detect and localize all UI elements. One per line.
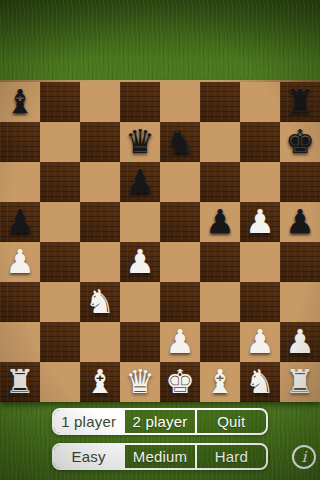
board-square-g2[interactable]: ♟: [240, 322, 280, 362]
chess-piece-white-queen[interactable]: ♛: [120, 362, 160, 402]
info-icon: i: [302, 448, 307, 466]
board-square-a6[interactable]: [0, 162, 40, 202]
chess-board: ♝♜♛♞♚♟♟♟♟♟♟♟♞♟♟♟♜♝♛♚♝♞♜: [0, 82, 320, 402]
board-square-g1[interactable]: ♞: [240, 362, 280, 402]
board-square-h1[interactable]: ♜: [280, 362, 320, 402]
board-square-a4[interactable]: ♟: [0, 242, 40, 282]
board-square-f7[interactable]: [200, 122, 240, 162]
board-square-g3[interactable]: [240, 282, 280, 322]
board-square-a8[interactable]: ♝: [0, 82, 40, 122]
board-square-c7[interactable]: [80, 122, 120, 162]
board-square-e8[interactable]: [160, 82, 200, 122]
chess-piece-white-knight[interactable]: ♞: [240, 362, 280, 402]
board-square-g6[interactable]: [240, 162, 280, 202]
chess-piece-white-bishop[interactable]: ♝: [200, 362, 240, 402]
board-square-e3[interactable]: [160, 282, 200, 322]
board-square-g4[interactable]: [240, 242, 280, 282]
board-square-b1[interactable]: [40, 362, 80, 402]
board-square-e4[interactable]: [160, 242, 200, 282]
board-square-c1[interactable]: ♝: [80, 362, 120, 402]
chess-piece-black-pawn[interactable]: ♟: [200, 202, 240, 242]
chess-piece-black-bishop[interactable]: ♝: [0, 82, 40, 122]
board-square-c6[interactable]: [80, 162, 120, 202]
board-square-f3[interactable]: [200, 282, 240, 322]
chess-piece-white-pawn[interactable]: ♟: [160, 322, 200, 362]
board-square-a7[interactable]: [0, 122, 40, 162]
board-square-d1[interactable]: ♛: [120, 362, 160, 402]
board-square-b6[interactable]: [40, 162, 80, 202]
medium-button[interactable]: Medium: [125, 445, 196, 468]
quit-button[interactable]: Quit: [197, 410, 266, 433]
board-square-h2[interactable]: ♟: [280, 322, 320, 362]
chess-piece-white-rook[interactable]: ♜: [280, 362, 320, 402]
board-square-d3[interactable]: [120, 282, 160, 322]
board-square-h3[interactable]: [280, 282, 320, 322]
chess-piece-white-knight[interactable]: ♞: [80, 282, 120, 322]
board-square-b4[interactable]: [40, 242, 80, 282]
board-square-d5[interactable]: [120, 202, 160, 242]
board-square-c8[interactable]: [80, 82, 120, 122]
board-square-b5[interactable]: [40, 202, 80, 242]
chess-piece-white-bishop[interactable]: ♝: [80, 362, 120, 402]
board-square-h7[interactable]: ♚: [280, 122, 320, 162]
chess-piece-black-pawn[interactable]: ♟: [120, 162, 160, 202]
board-square-d4[interactable]: ♟: [120, 242, 160, 282]
board-square-f1[interactable]: ♝: [200, 362, 240, 402]
board-square-g5[interactable]: ♟: [240, 202, 280, 242]
board-square-e2[interactable]: ♟: [160, 322, 200, 362]
board-square-f5[interactable]: ♟: [200, 202, 240, 242]
board-square-h8[interactable]: ♜: [280, 82, 320, 122]
chess-piece-white-rook[interactable]: ♜: [0, 362, 40, 402]
board-square-b7[interactable]: [40, 122, 80, 162]
chess-piece-black-rook[interactable]: ♜: [280, 82, 320, 122]
board-square-b2[interactable]: [40, 322, 80, 362]
board-square-a5[interactable]: ♟: [0, 202, 40, 242]
chess-piece-black-knight[interactable]: ♞: [160, 122, 200, 162]
chess-piece-white-king[interactable]: ♚: [160, 362, 200, 402]
easy-button[interactable]: Easy: [54, 445, 125, 468]
board-square-d8[interactable]: [120, 82, 160, 122]
chess-piece-white-pawn[interactable]: ♟: [0, 242, 40, 282]
board-square-f2[interactable]: [200, 322, 240, 362]
board-square-d2[interactable]: [120, 322, 160, 362]
board-square-a1[interactable]: ♜: [0, 362, 40, 402]
two-player-button[interactable]: 2 player: [125, 410, 196, 433]
chess-piece-white-pawn[interactable]: ♟: [240, 202, 280, 242]
board-square-b8[interactable]: [40, 82, 80, 122]
board-square-e1[interactable]: ♚: [160, 362, 200, 402]
player-mode-segmented-control: 1 player 2 player Quit: [52, 408, 268, 435]
hard-button[interactable]: Hard: [197, 445, 266, 468]
chess-piece-white-pawn[interactable]: ♟: [280, 322, 320, 362]
chess-piece-black-king[interactable]: ♚: [280, 122, 320, 162]
board-square-g7[interactable]: [240, 122, 280, 162]
board-square-e5[interactable]: [160, 202, 200, 242]
board-square-f8[interactable]: [200, 82, 240, 122]
board-square-e6[interactable]: [160, 162, 200, 202]
board-square-c5[interactable]: [80, 202, 120, 242]
board-square-h6[interactable]: [280, 162, 320, 202]
chess-piece-black-pawn[interactable]: ♟: [0, 202, 40, 242]
chess-piece-black-queen[interactable]: ♛: [120, 122, 160, 162]
board-square-f4[interactable]: [200, 242, 240, 282]
board-square-c3[interactable]: ♞: [80, 282, 120, 322]
board-square-h5[interactable]: ♟: [280, 202, 320, 242]
board-square-e7[interactable]: ♞: [160, 122, 200, 162]
chess-piece-white-pawn[interactable]: ♟: [240, 322, 280, 362]
board-square-g8[interactable]: [240, 82, 280, 122]
board-square-f6[interactable]: [200, 162, 240, 202]
info-button[interactable]: i: [292, 445, 316, 469]
board-square-a3[interactable]: [0, 282, 40, 322]
difficulty-segmented-control: Easy Medium Hard: [52, 443, 268, 470]
one-player-button[interactable]: 1 player: [54, 410, 125, 433]
chess-app-screen: ♝♜♛♞♚♟♟♟♟♟♟♟♞♟♟♟♜♝♛♚♝♞♜ 1 player 2 playe…: [0, 0, 320, 480]
board-square-b3[interactable]: [40, 282, 80, 322]
board-square-a2[interactable]: [0, 322, 40, 362]
board-square-c4[interactable]: [80, 242, 120, 282]
chess-piece-black-pawn[interactable]: ♟: [280, 202, 320, 242]
chess-piece-white-pawn[interactable]: ♟: [120, 242, 160, 282]
board-square-d7[interactable]: ♛: [120, 122, 160, 162]
board-square-c2[interactable]: [80, 322, 120, 362]
board-square-d6[interactable]: ♟: [120, 162, 160, 202]
board-square-h4[interactable]: [280, 242, 320, 282]
